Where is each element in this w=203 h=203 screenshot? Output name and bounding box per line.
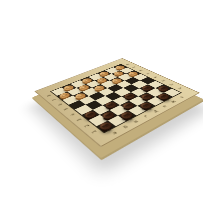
rank-label-left-2: 2 [82, 124, 90, 129]
file-label-d: г [142, 114, 149, 118]
rank-label-right-5: 5 [145, 72, 151, 75]
file-label-g: ж [169, 99, 177, 103]
file-label-e: д [151, 109, 159, 113]
rank-label-right-6: 6 [138, 69, 144, 72]
rank-label-left-1: 1 [90, 130, 98, 135]
file-label-b: б [122, 124, 129, 129]
rank-label-left-7: 7 [51, 98, 58, 101]
product-photo: ⛀⛀⛀⛀⛀⛀⛀⛀⛀⛀⛀⛀⛂⛂⛂⛂⛂⛂⛂⛂⛂⛂⛂⛂ абвгдежз 876543… [0, 0, 203, 203]
rank-label-left-6: 6 [56, 103, 63, 107]
file-label-h: з [178, 95, 185, 98]
rank-label-left-5: 5 [62, 107, 69, 111]
rank-label-right-8: 8 [125, 63, 131, 65]
rank-label-left-3: 3 [75, 118, 83, 122]
rank-label-right-2: 2 [168, 83, 174, 86]
rank-label-right-7: 7 [131, 66, 137, 68]
checkers-board: ⛀⛀⛀⛀⛀⛀⛀⛀⛀⛀⛀⛀⛂⛂⛂⛂⛂⛂⛂⛂⛂⛂⛂⛂ абвгдежз 876543… [34, 58, 200, 147]
file-label-c: в [132, 119, 139, 123]
rank-label-left-8: 8 [45, 94, 52, 97]
file-label-a: а [111, 130, 119, 135]
rank-label-left-4: 4 [69, 113, 77, 117]
file-label-f: е [161, 104, 168, 108]
rank-label-right-4: 4 [152, 76, 158, 79]
rank-label-right-1: 1 [177, 87, 184, 90]
rank-label-right-3: 3 [160, 79, 166, 82]
board-squares: ⛀⛀⛀⛀⛀⛀⛀⛀⛀⛀⛀⛀⛂⛂⛂⛂⛂⛂⛂⛂⛂⛂⛂⛂ [51, 64, 180, 132]
